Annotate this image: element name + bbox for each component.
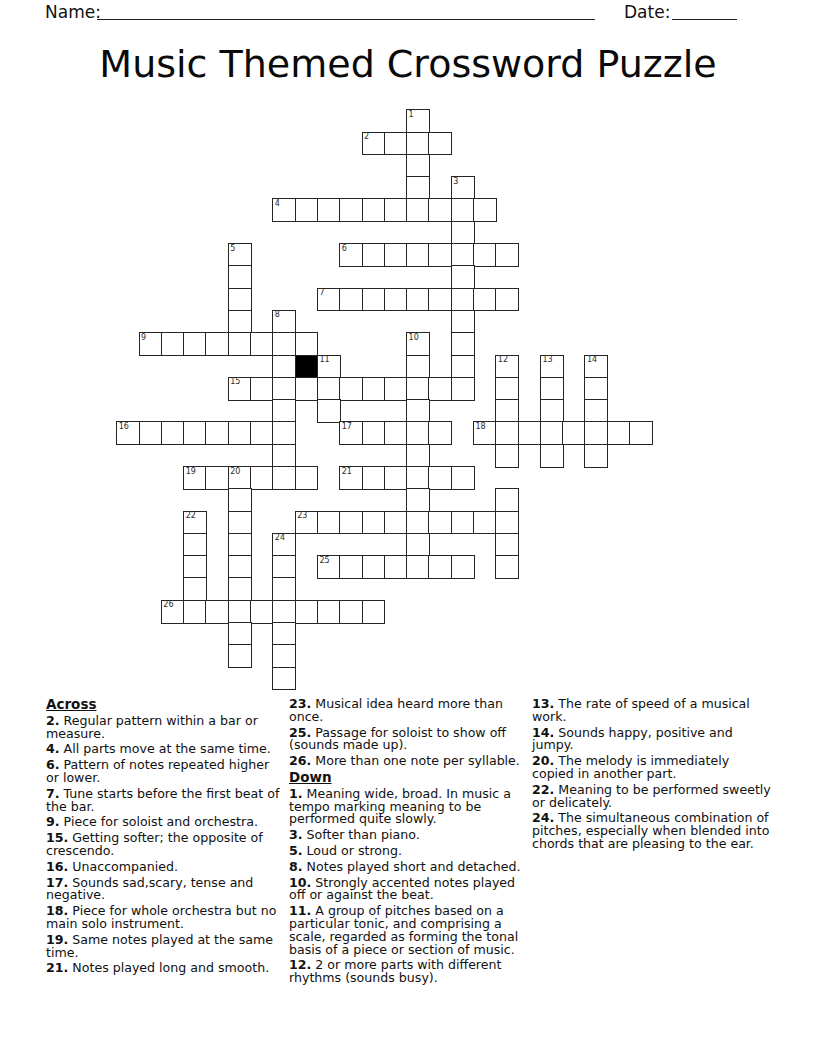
grid-cell-r8c9[interactable]: 7 bbox=[317, 288, 341, 312]
grid-cell-r5c15[interactable] bbox=[451, 221, 475, 245]
grid-cell-r24c7[interactable] bbox=[272, 644, 296, 668]
grid-cell-r1c11[interactable]: 2 bbox=[362, 132, 386, 156]
grid-cell-r7c5[interactable] bbox=[228, 265, 252, 289]
grid-cell-r8c10[interactable] bbox=[339, 288, 363, 312]
grid-cell-r16c12[interactable] bbox=[384, 466, 408, 490]
cell-number-20: 20 bbox=[230, 468, 240, 476]
grid-cell-r6c17[interactable] bbox=[495, 243, 519, 267]
grid-cell-r4c16[interactable] bbox=[473, 198, 497, 222]
grid-cell-r2c13[interactable] bbox=[406, 154, 430, 178]
clue-14: 14. Sounds happy, positive and jumpy. bbox=[532, 727, 772, 753]
grid-cell-r20c10[interactable] bbox=[339, 555, 363, 579]
cell-number-24: 24 bbox=[275, 534, 285, 542]
grid-cell-r18c10[interactable] bbox=[339, 511, 363, 535]
grid-cell-r14c4[interactable] bbox=[205, 421, 229, 445]
cell-number-4: 4 bbox=[275, 200, 280, 208]
grid-cell-r13c9[interactable] bbox=[317, 399, 341, 423]
grid-cell-r15c21[interactable] bbox=[584, 444, 608, 468]
grid-cell-r12c21[interactable] bbox=[584, 377, 608, 401]
grid-cell-r1c14[interactable] bbox=[428, 132, 452, 156]
clue-number: 13. bbox=[532, 696, 554, 711]
crossword-grid: 1234567891011121314151617181920212223242… bbox=[117, 110, 652, 690]
grid-cell-r4c13[interactable] bbox=[406, 198, 430, 222]
clue-number: 6. bbox=[46, 757, 60, 772]
grid-cell-r22c7[interactable] bbox=[272, 600, 296, 624]
grid-cell-r14c20[interactable] bbox=[562, 421, 586, 445]
grid-cell-r18c3[interactable]: 22 bbox=[183, 511, 207, 535]
cell-number-11: 11 bbox=[319, 356, 329, 364]
cell-number-19: 19 bbox=[186, 468, 196, 476]
grid-cell-r12c7[interactable] bbox=[272, 377, 296, 401]
grid-cell-r14c6[interactable] bbox=[250, 421, 274, 445]
clue-15: 15. Getting softer; the opposite of cres… bbox=[46, 832, 286, 858]
cell-number-18: 18 bbox=[476, 423, 486, 431]
grid-cell-r6c5[interactable]: 5 bbox=[228, 243, 252, 267]
grid-cell-r14c1[interactable] bbox=[139, 421, 163, 445]
clue-8: 8. Notes played short and detached. bbox=[289, 861, 529, 874]
grid-cell-r17c17[interactable] bbox=[495, 488, 519, 512]
grid-cell-r13c21[interactable] bbox=[584, 399, 608, 423]
grid-cell-r13c7[interactable] bbox=[272, 399, 296, 423]
grid-cell-r12c12[interactable] bbox=[384, 377, 408, 401]
clue-4: 4. All parts move at the same time. bbox=[46, 743, 286, 756]
grid-cell-r15c19[interactable] bbox=[540, 444, 564, 468]
grid-cell-r14c7[interactable] bbox=[272, 421, 296, 445]
grid-cell-r20c13[interactable] bbox=[406, 555, 430, 579]
clues-column-middle: 23. Musical idea heard more than once.25… bbox=[289, 698, 529, 988]
grid-cell-r8c16[interactable] bbox=[473, 288, 497, 312]
clue-2: 2. Regular pattern within a bar or measu… bbox=[46, 715, 286, 741]
grid-cell-r10c8[interactable] bbox=[295, 332, 319, 356]
grid-cell-r14c11[interactable] bbox=[362, 421, 386, 445]
grid-cell-r8c15[interactable] bbox=[451, 288, 475, 312]
grid-cell-r22c4[interactable] bbox=[205, 600, 229, 624]
clue-25: 25. Passage for soloist to show off (sou… bbox=[289, 727, 529, 753]
grid-cell-r19c7[interactable]: 24 bbox=[272, 533, 296, 557]
grid-cell-r8c14[interactable] bbox=[428, 288, 452, 312]
grid-cell-r11c17[interactable]: 12 bbox=[495, 355, 519, 379]
grid-cell-r16c3[interactable]: 19 bbox=[183, 466, 207, 490]
grid-cell-r10c1[interactable]: 9 bbox=[139, 332, 163, 356]
page-title: Music Themed Crossword Puzzle bbox=[0, 42, 816, 86]
grid-cell-r7c15[interactable] bbox=[451, 265, 475, 289]
grid-cell-r18c14[interactable] bbox=[428, 511, 452, 535]
grid-cell-r6c16[interactable] bbox=[473, 243, 497, 267]
clue-number: 4. bbox=[46, 741, 60, 756]
grid-cell-r19c5[interactable] bbox=[228, 533, 252, 557]
grid-cell-r20c7[interactable] bbox=[272, 555, 296, 579]
grid-cell-r20c3[interactable] bbox=[183, 555, 207, 579]
grid-cell-r13c19[interactable] bbox=[540, 399, 564, 423]
clue-3: 3. Softer than piano. bbox=[289, 829, 529, 842]
clue-20: 20. The melody is immediately copied in … bbox=[532, 755, 772, 781]
grid-cell-r21c5[interactable] bbox=[228, 577, 252, 601]
grid-cell-r4c15[interactable] bbox=[451, 198, 475, 222]
grid-cell-r10c4[interactable] bbox=[205, 332, 229, 356]
clue-number: 26. bbox=[289, 753, 311, 768]
black-cell bbox=[295, 355, 319, 379]
grid-cell-r14c22[interactable] bbox=[607, 421, 631, 445]
grid-cell-r10c2[interactable] bbox=[161, 332, 185, 356]
grid-cell-r16c6[interactable] bbox=[250, 466, 274, 490]
cell-number-23: 23 bbox=[297, 512, 307, 520]
grid-cell-r4c10[interactable] bbox=[339, 198, 363, 222]
clue-12: 12. 2 or more parts with different rhyth… bbox=[289, 959, 529, 985]
clue-number: 14. bbox=[532, 725, 554, 740]
cell-number-22: 22 bbox=[186, 512, 196, 520]
grid-cell-r12c5[interactable]: 15 bbox=[228, 377, 252, 401]
grid-cell-r4c7[interactable]: 4 bbox=[272, 198, 296, 222]
grid-cell-r14c0[interactable]: 16 bbox=[116, 421, 140, 445]
cell-number-21: 21 bbox=[342, 468, 352, 476]
grid-cell-r13c13[interactable] bbox=[406, 399, 430, 423]
grid-cell-r16c7[interactable] bbox=[272, 466, 296, 490]
cell-number-15: 15 bbox=[230, 378, 240, 386]
grid-cell-r21c7[interactable] bbox=[272, 577, 296, 601]
grid-cell-r19c17[interactable] bbox=[495, 533, 519, 557]
grid-cell-r20c12[interactable] bbox=[384, 555, 408, 579]
grid-cell-r0c13[interactable]: 1 bbox=[406, 109, 430, 133]
grid-cell-r14c18[interactable] bbox=[518, 421, 542, 445]
date-label: Date: bbox=[624, 2, 670, 22]
grid-cell-r4c12[interactable] bbox=[384, 198, 408, 222]
grid-cell-r16c14[interactable] bbox=[428, 466, 452, 490]
cell-number-3: 3 bbox=[453, 178, 458, 186]
clue-13: 13. The rate of speed of a musical work. bbox=[532, 698, 772, 724]
clue-18: 18. Piece for whole orchestra but no mai… bbox=[46, 905, 286, 931]
grid-cell-r1c13[interactable] bbox=[406, 132, 430, 156]
grid-cell-r10c7[interactable] bbox=[272, 332, 296, 356]
grid-cell-r17c5[interactable] bbox=[228, 488, 252, 512]
grid-cell-r10c13[interactable]: 10 bbox=[406, 332, 430, 356]
grid-cell-r6c13[interactable] bbox=[406, 243, 430, 267]
grid-cell-r20c11[interactable] bbox=[362, 555, 386, 579]
grid-cell-r14c10[interactable]: 17 bbox=[339, 421, 363, 445]
grid-cell-r22c11[interactable] bbox=[362, 600, 386, 624]
grid-cell-r12c6[interactable] bbox=[250, 377, 274, 401]
grid-cell-r22c6[interactable] bbox=[250, 600, 274, 624]
clue-17: 17. Sounds sad,scary, tense and negative… bbox=[46, 877, 286, 903]
grid-cell-r24c5[interactable] bbox=[228, 644, 252, 668]
clue-number: 24. bbox=[532, 810, 554, 825]
grid-cell-r15c13[interactable] bbox=[406, 444, 430, 468]
clue-11: 11. A group of pitches based on a partic… bbox=[289, 905, 529, 956]
down-header: Down bbox=[289, 771, 529, 784]
cell-number-17: 17 bbox=[342, 423, 352, 431]
clue-number: 7. bbox=[46, 786, 60, 801]
grid-cell-r16c5[interactable]: 20 bbox=[228, 466, 252, 490]
grid-cell-r23c7[interactable] bbox=[272, 622, 296, 646]
grid-cell-r19c3[interactable] bbox=[183, 533, 207, 557]
grid-cell-r8c5[interactable] bbox=[228, 288, 252, 312]
cell-number-25: 25 bbox=[319, 557, 329, 565]
grid-cell-r14c14[interactable] bbox=[428, 421, 452, 445]
grid-cell-r11c15[interactable] bbox=[451, 355, 475, 379]
clue-number: 25. bbox=[289, 725, 311, 740]
grid-cell-r6c14[interactable] bbox=[428, 243, 452, 267]
clue-number: 15. bbox=[46, 830, 68, 845]
grid-cell-r8c17[interactable] bbox=[495, 288, 519, 312]
grid-cell-r9c7[interactable]: 8 bbox=[272, 310, 296, 334]
grid-cell-r11c19[interactable]: 13 bbox=[540, 355, 564, 379]
clue-number: 11. bbox=[289, 903, 311, 918]
clue-number: 16. bbox=[46, 859, 68, 874]
grid-cell-r10c6[interactable] bbox=[250, 332, 274, 356]
grid-cell-r8c13[interactable] bbox=[406, 288, 430, 312]
grid-cell-r22c2[interactable]: 26 bbox=[161, 600, 185, 624]
clue-number: 12. bbox=[289, 957, 311, 972]
cell-number-16: 16 bbox=[119, 423, 129, 431]
grid-cell-r18c5[interactable] bbox=[228, 511, 252, 535]
grid-cell-r18c11[interactable] bbox=[362, 511, 386, 535]
clue-16: 16. Unaccompanied. bbox=[46, 861, 286, 874]
grid-cell-r25c7[interactable] bbox=[272, 667, 296, 691]
grid-cell-r10c5[interactable] bbox=[228, 332, 252, 356]
grid-cell-r4c14[interactable] bbox=[428, 198, 452, 222]
grid-cell-r12c10[interactable] bbox=[339, 377, 363, 401]
date-blank-line[interactable] bbox=[672, 19, 737, 20]
grid-cell-r11c9[interactable]: 11 bbox=[317, 355, 341, 379]
clues-column-across: Across2. Regular pattern within a bar or… bbox=[46, 698, 286, 978]
grid-cell-r22c3[interactable] bbox=[183, 600, 207, 624]
grid-cell-r15c17[interactable] bbox=[495, 444, 519, 468]
grid-cell-r14c19[interactable] bbox=[540, 421, 564, 445]
clue-21: 21. Notes played long and smooth. bbox=[46, 962, 286, 975]
grid-cell-r12c8[interactable] bbox=[295, 377, 319, 401]
grid-cell-r18c15[interactable] bbox=[451, 511, 475, 535]
cell-number-9: 9 bbox=[141, 334, 146, 342]
grid-cell-r12c13[interactable] bbox=[406, 377, 430, 401]
clue-number: 22. bbox=[532, 782, 554, 797]
grid-cell-r12c19[interactable] bbox=[540, 377, 564, 401]
grid-cell-r20c9[interactable]: 25 bbox=[317, 555, 341, 579]
clue-number: 3. bbox=[289, 827, 303, 842]
grid-cell-r3c13[interactable] bbox=[406, 176, 430, 200]
grid-cell-r18c13[interactable] bbox=[406, 511, 430, 535]
cell-number-6: 6 bbox=[342, 245, 347, 253]
clue-number: 2. bbox=[46, 713, 60, 728]
clue-number: 9. bbox=[46, 814, 60, 829]
grid-cell-r18c17[interactable] bbox=[495, 511, 519, 535]
clue-24: 24. The simultaneous combination of pitc… bbox=[532, 812, 772, 850]
grid-cell-r16c11[interactable] bbox=[362, 466, 386, 490]
grid-cell-r15c7[interactable] bbox=[272, 444, 296, 468]
cell-number-2: 2 bbox=[364, 133, 369, 141]
clue-7: 7. Tune starts before the first beat of … bbox=[46, 788, 286, 814]
grid-cell-r10c15[interactable] bbox=[451, 332, 475, 356]
cell-number-14: 14 bbox=[587, 356, 597, 364]
grid-cell-r12c14[interactable] bbox=[428, 377, 452, 401]
clue-5: 5. Loud or strong. bbox=[289, 845, 529, 858]
clue-9: 9. Piece for soloist and orchestra. bbox=[46, 816, 286, 829]
clue-number: 23. bbox=[289, 696, 311, 711]
grid-cell-r12c11[interactable] bbox=[362, 377, 386, 401]
cell-number-26: 26 bbox=[163, 601, 173, 609]
grid-cell-r4c11[interactable] bbox=[362, 198, 386, 222]
grid-cell-r20c14[interactable] bbox=[428, 555, 452, 579]
grid-cell-r6c15[interactable] bbox=[451, 243, 475, 267]
grid-cell-r14c13[interactable] bbox=[406, 421, 430, 445]
clue-number: 17. bbox=[46, 875, 68, 890]
grid-cell-r18c8[interactable]: 23 bbox=[295, 511, 319, 535]
grid-cell-r14c3[interactable] bbox=[183, 421, 207, 445]
grid-cell-r19c13[interactable] bbox=[406, 533, 430, 557]
grid-cell-r21c3[interactable] bbox=[183, 577, 207, 601]
clue-number: 5. bbox=[289, 843, 303, 858]
cell-number-7: 7 bbox=[319, 289, 324, 297]
clues-column-down: 13. The rate of speed of a musical work.… bbox=[532, 698, 772, 854]
grid-cell-r3c15[interactable]: 3 bbox=[451, 176, 475, 200]
grid-cell-r16c15[interactable] bbox=[451, 466, 475, 490]
grid-cell-r14c23[interactable] bbox=[629, 421, 653, 445]
clue-number: 18. bbox=[46, 903, 68, 918]
grid-cell-r20c5[interactable] bbox=[228, 555, 252, 579]
grid-cell-r14c21[interactable] bbox=[584, 421, 608, 445]
grid-cell-r6c11[interactable] bbox=[362, 243, 386, 267]
grid-cell-r12c15[interactable] bbox=[451, 377, 475, 401]
grid-cell-r11c7[interactable] bbox=[272, 355, 296, 379]
clue-number: 1. bbox=[289, 786, 303, 801]
clue-1: 1. Meaning wide, broad. In music a tempo… bbox=[289, 788, 529, 826]
grid-cell-r9c15[interactable] bbox=[451, 310, 475, 334]
clue-23: 23. Musical idea heard more than once. bbox=[289, 698, 529, 724]
grid-cell-r22c10[interactable] bbox=[339, 600, 363, 624]
name-label: Name: bbox=[45, 2, 101, 22]
grid-cell-r14c2[interactable] bbox=[161, 421, 185, 445]
grid-cell-r17c13[interactable] bbox=[406, 488, 430, 512]
grid-cell-r16c8[interactable] bbox=[295, 466, 319, 490]
grid-cell-r16c4[interactable] bbox=[205, 466, 229, 490]
clue-6: 6. Pattern of notes repeated higher or l… bbox=[46, 759, 286, 785]
grid-cell-r20c15[interactable] bbox=[451, 555, 475, 579]
clue-19: 19. Same notes played at the same time. bbox=[46, 934, 286, 960]
clue-10: 10. Strongly accented notes played off o… bbox=[289, 877, 529, 903]
across-header: Across bbox=[46, 698, 286, 711]
grid-cell-r14c12[interactable] bbox=[384, 421, 408, 445]
cell-number-12: 12 bbox=[498, 356, 508, 364]
grid-cell-r22c8[interactable] bbox=[295, 600, 319, 624]
grid-cell-r16c10[interactable]: 21 bbox=[339, 466, 363, 490]
grid-cell-r12c17[interactable] bbox=[495, 377, 519, 401]
grid-cell-r9c5[interactable] bbox=[228, 310, 252, 334]
clue-number: 8. bbox=[289, 859, 303, 874]
cell-number-8: 8 bbox=[275, 311, 280, 319]
cell-number-1: 1 bbox=[409, 111, 414, 119]
grid-cell-r6c12[interactable] bbox=[384, 243, 408, 267]
grid-cell-r11c13[interactable] bbox=[406, 355, 430, 379]
grid-cell-r4c9[interactable] bbox=[317, 198, 341, 222]
grid-cell-r14c16[interactable]: 18 bbox=[473, 421, 497, 445]
grid-cell-r18c9[interactable] bbox=[317, 511, 341, 535]
name-blank-line[interactable] bbox=[97, 19, 595, 20]
cell-number-13: 13 bbox=[542, 356, 552, 364]
grid-cell-r14c17[interactable] bbox=[495, 421, 519, 445]
grid-cell-r4c8[interactable] bbox=[295, 198, 319, 222]
clue-number: 20. bbox=[532, 753, 554, 768]
clue-22: 22. Meaning to be performed sweetly or d… bbox=[532, 784, 772, 810]
grid-cell-r14c5[interactable] bbox=[228, 421, 252, 445]
cell-number-5: 5 bbox=[230, 245, 235, 253]
grid-cell-r23c5[interactable] bbox=[228, 622, 252, 646]
grid-cell-r11c21[interactable]: 14 bbox=[584, 355, 608, 379]
grid-cell-r18c12[interactable] bbox=[384, 511, 408, 535]
grid-cell-r6c10[interactable]: 6 bbox=[339, 243, 363, 267]
clue-26: 26. More than one note per syllable. bbox=[289, 755, 529, 768]
grid-cell-r18c16[interactable] bbox=[473, 511, 497, 535]
grid-cell-r20c17[interactable] bbox=[495, 555, 519, 579]
grid-cell-r16c13[interactable] bbox=[406, 466, 430, 490]
grid-cell-r8c12[interactable] bbox=[384, 288, 408, 312]
grid-cell-r8c11[interactable] bbox=[362, 288, 386, 312]
grid-cell-r1c12[interactable] bbox=[384, 132, 408, 156]
clue-number: 10. bbox=[289, 875, 311, 890]
grid-cell-r12c9[interactable] bbox=[317, 377, 341, 401]
grid-cell-r10c3[interactable] bbox=[183, 332, 207, 356]
grid-cell-r22c5[interactable] bbox=[228, 600, 252, 624]
grid-cell-r22c9[interactable] bbox=[317, 600, 341, 624]
clue-number: 21. bbox=[46, 960, 68, 975]
cell-number-10: 10 bbox=[409, 334, 419, 342]
grid-cell-r13c17[interactable] bbox=[495, 399, 519, 423]
clue-number: 19. bbox=[46, 932, 68, 947]
